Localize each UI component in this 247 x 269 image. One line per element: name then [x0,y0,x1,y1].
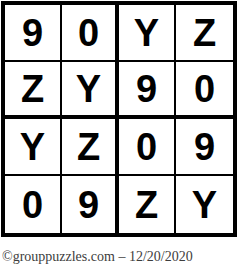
cell-r3c2: Z [62,119,119,176]
cell-r1c1: 9 [5,5,62,62]
cell-r2c1: Z [5,62,62,119]
cell-r1c2: 0 [62,5,119,62]
cell-r3c4: 9 [176,119,233,176]
copyright-footer: ©grouppuzzles.com – 12/20/2020 [2,249,193,265]
cell-r4c1: 0 [5,176,62,233]
cell-r2c3: 9 [119,62,176,119]
cell-r3c1: Y [5,119,62,176]
cell-r1c3: Y [119,5,176,62]
cell-r1c4: Z [176,5,233,62]
cell-r3c3: 0 [119,119,176,176]
cell-r4c4: Y [176,176,233,233]
cell-r2c4: 0 [176,62,233,119]
puzzle-page: 90YZZY90YZ0909ZY ©grouppuzzles.com – 12/… [0,0,247,269]
sudoku-board: 90YZZY90YZ0909ZY [1,1,237,237]
cell-r4c2: 9 [62,176,119,233]
cell-r2c2: Y [62,62,119,119]
cell-r4c3: Z [119,176,176,233]
